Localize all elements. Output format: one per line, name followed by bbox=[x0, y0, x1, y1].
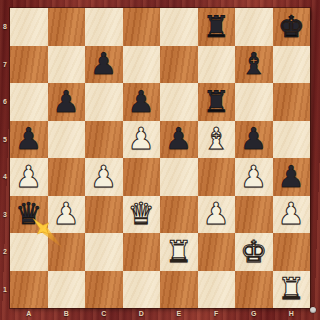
square-e1[interactable] bbox=[160, 271, 198, 309]
white-rook[interactable]: ♜ bbox=[165, 237, 192, 267]
board-frame: ♜♚♟♝♟♟♜♟♟♟♝♟♟♟♟♟♛♟♛♟♟♜♚♜ 87654321ABCDEFG… bbox=[0, 0, 320, 320]
rank-label-8: 8 bbox=[0, 8, 10, 46]
black-pawn[interactable]: ♟ bbox=[53, 87, 80, 117]
square-d7[interactable] bbox=[123, 46, 161, 84]
file-label-E: E bbox=[160, 308, 198, 320]
square-c8[interactable] bbox=[85, 8, 123, 46]
square-d6[interactable]: ♟ bbox=[123, 83, 161, 121]
black-rook[interactable]: ♜ bbox=[203, 12, 230, 42]
square-b3[interactable]: ♟ bbox=[48, 196, 86, 234]
black-pawn[interactable]: ♟ bbox=[278, 162, 305, 192]
square-g2[interactable]: ♚ bbox=[235, 233, 273, 271]
square-a6[interactable] bbox=[10, 83, 48, 121]
square-b2[interactable] bbox=[48, 233, 86, 271]
square-a8[interactable] bbox=[10, 8, 48, 46]
white-king[interactable]: ♚ bbox=[240, 237, 267, 267]
square-d4[interactable] bbox=[123, 158, 161, 196]
black-bishop[interactable]: ♝ bbox=[240, 49, 267, 79]
square-h7[interactable] bbox=[273, 46, 311, 84]
square-f8[interactable]: ♜ bbox=[198, 8, 236, 46]
square-a4[interactable]: ♟ bbox=[10, 158, 48, 196]
file-label-D: D bbox=[123, 308, 161, 320]
square-b5[interactable] bbox=[48, 121, 86, 159]
square-e8[interactable] bbox=[160, 8, 198, 46]
black-pawn[interactable]: ♟ bbox=[90, 49, 117, 79]
rank-label-6: 6 bbox=[0, 83, 10, 121]
square-g8[interactable] bbox=[235, 8, 273, 46]
square-c6[interactable] bbox=[85, 83, 123, 121]
white-queen[interactable]: ♛ bbox=[128, 199, 155, 229]
white-pawn[interactable]: ♟ bbox=[128, 124, 155, 154]
white-bishop[interactable]: ♝ bbox=[203, 124, 230, 154]
square-c3[interactable] bbox=[85, 196, 123, 234]
chess-app-window: ♜♚♟♝♟♟♜♟♟♟♝♟♟♟♟♟♛♟♛♟♟♜♚♜ 87654321ABCDEFG… bbox=[0, 0, 320, 320]
square-h5[interactable] bbox=[273, 121, 311, 159]
square-e3[interactable] bbox=[160, 196, 198, 234]
square-e5[interactable]: ♟ bbox=[160, 121, 198, 159]
square-d3[interactable]: ♛ bbox=[123, 196, 161, 234]
square-f6[interactable]: ♜ bbox=[198, 83, 236, 121]
square-c1[interactable] bbox=[85, 271, 123, 309]
square-g6[interactable] bbox=[235, 83, 273, 121]
square-f7[interactable] bbox=[198, 46, 236, 84]
square-h6[interactable] bbox=[273, 83, 311, 121]
square-d1[interactable] bbox=[123, 271, 161, 309]
rank-label-5: 5 bbox=[0, 121, 10, 159]
square-f5[interactable]: ♝ bbox=[198, 121, 236, 159]
square-f4[interactable] bbox=[198, 158, 236, 196]
black-pawn[interactable]: ♟ bbox=[165, 124, 192, 154]
rank-label-2: 2 bbox=[0, 233, 10, 271]
square-b6[interactable]: ♟ bbox=[48, 83, 86, 121]
white-pawn[interactable]: ♟ bbox=[53, 199, 80, 229]
chess-board: ♜♚♟♝♟♟♜♟♟♟♝♟♟♟♟♟♛♟♛♟♟♜♚♜ bbox=[10, 8, 310, 308]
white-pawn[interactable]: ♟ bbox=[90, 162, 117, 192]
white-pawn[interactable]: ♟ bbox=[203, 199, 230, 229]
square-d8[interactable] bbox=[123, 8, 161, 46]
square-h2[interactable] bbox=[273, 233, 311, 271]
square-a7[interactable] bbox=[10, 46, 48, 84]
rank-label-4: 4 bbox=[0, 158, 10, 196]
square-g4[interactable]: ♟ bbox=[235, 158, 273, 196]
black-king[interactable]: ♚ bbox=[278, 12, 305, 42]
square-b7[interactable] bbox=[48, 46, 86, 84]
file-label-G: G bbox=[235, 308, 273, 320]
black-rook[interactable]: ♜ bbox=[203, 87, 230, 117]
square-b4[interactable] bbox=[48, 158, 86, 196]
square-d5[interactable]: ♟ bbox=[123, 121, 161, 159]
square-g3[interactable] bbox=[235, 196, 273, 234]
square-h4[interactable]: ♟ bbox=[273, 158, 311, 196]
square-h1[interactable]: ♜ bbox=[273, 271, 311, 309]
black-pawn[interactable]: ♟ bbox=[240, 124, 267, 154]
square-a3[interactable]: ♛ bbox=[10, 196, 48, 234]
rank-label-3: 3 bbox=[0, 196, 10, 234]
black-pawn[interactable]: ♟ bbox=[128, 87, 155, 117]
square-c4[interactable]: ♟ bbox=[85, 158, 123, 196]
square-c2[interactable] bbox=[85, 233, 123, 271]
square-b1[interactable] bbox=[48, 271, 86, 309]
square-b8[interactable] bbox=[48, 8, 86, 46]
black-pawn[interactable]: ♟ bbox=[15, 124, 42, 154]
square-e2[interactable]: ♜ bbox=[160, 233, 198, 271]
square-h8[interactable]: ♚ bbox=[273, 8, 311, 46]
square-a1[interactable] bbox=[10, 271, 48, 309]
square-e6[interactable] bbox=[160, 83, 198, 121]
square-d2[interactable] bbox=[123, 233, 161, 271]
square-a2[interactable] bbox=[10, 233, 48, 271]
rank-label-1: 1 bbox=[0, 271, 10, 309]
square-g7[interactable]: ♝ bbox=[235, 46, 273, 84]
file-label-A: A bbox=[10, 308, 48, 320]
file-label-C: C bbox=[85, 308, 123, 320]
black-queen[interactable]: ♛ bbox=[15, 199, 42, 229]
square-f2[interactable] bbox=[198, 233, 236, 271]
square-g5[interactable]: ♟ bbox=[235, 121, 273, 159]
square-e7[interactable] bbox=[160, 46, 198, 84]
square-e4[interactable] bbox=[160, 158, 198, 196]
file-label-F: F bbox=[198, 308, 236, 320]
white-pawn[interactable]: ♟ bbox=[278, 199, 305, 229]
square-c7[interactable]: ♟ bbox=[85, 46, 123, 84]
file-label-H: H bbox=[273, 308, 311, 320]
white-rook[interactable]: ♜ bbox=[278, 274, 305, 304]
square-g1[interactable] bbox=[235, 271, 273, 309]
square-h3[interactable]: ♟ bbox=[273, 196, 311, 234]
square-c5[interactable] bbox=[85, 121, 123, 159]
white-pawn[interactable]: ♟ bbox=[240, 162, 267, 192]
side-to-move-indicator bbox=[310, 307, 316, 313]
rank-label-7: 7 bbox=[0, 46, 10, 84]
square-f1[interactable] bbox=[198, 271, 236, 309]
white-pawn[interactable]: ♟ bbox=[15, 162, 42, 192]
square-f3[interactable]: ♟ bbox=[198, 196, 236, 234]
file-label-B: B bbox=[48, 308, 86, 320]
square-a5[interactable]: ♟ bbox=[10, 121, 48, 159]
